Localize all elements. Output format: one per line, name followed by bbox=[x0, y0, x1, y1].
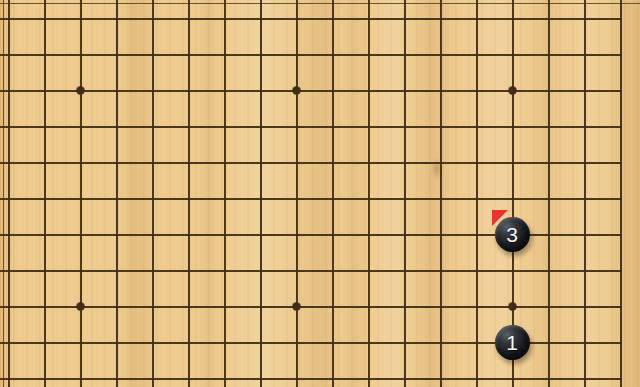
star-point bbox=[76, 86, 85, 95]
black-stone-Q6: 3 bbox=[495, 217, 530, 252]
star-point bbox=[508, 302, 517, 311]
black-stone-Q3: 1 bbox=[495, 325, 530, 360]
star-point bbox=[292, 302, 301, 311]
go-board-view: 13 bbox=[0, 0, 640, 387]
board-frame-top-line bbox=[0, 3, 640, 4]
star-point bbox=[76, 302, 85, 311]
star-point bbox=[292, 86, 301, 95]
move-number: 3 bbox=[506, 224, 518, 245]
star-point bbox=[508, 86, 517, 95]
move-number: 1 bbox=[506, 332, 518, 353]
board-frame-left-line bbox=[3, 0, 4, 387]
go-board[interactable]: 13 bbox=[0, 0, 640, 387]
